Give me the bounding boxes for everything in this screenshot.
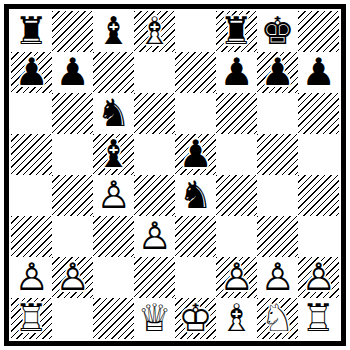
square-b3[interactable]: [52, 216, 93, 257]
piece-black-bishop[interactable]: ♝♝: [93, 134, 134, 175]
piece-white-pawn[interactable]: ♟♙: [93, 175, 134, 216]
piece-white-rook[interactable]: ♜♖: [298, 298, 339, 339]
square-c8[interactable]: ♝♝: [93, 11, 134, 52]
square-h4[interactable]: [298, 175, 339, 216]
piece-black-knight[interactable]: ♞♞: [93, 93, 134, 134]
square-g4[interactable]: [257, 175, 298, 216]
piece-glyph-ink: ♔: [175, 298, 216, 339]
square-b4[interactable]: [52, 175, 93, 216]
square-e8[interactable]: [175, 11, 216, 52]
piece-black-bishop[interactable]: ♝♝: [93, 11, 134, 52]
square-c6[interactable]: ♞♞: [93, 93, 134, 134]
square-f8[interactable]: ♜♜: [216, 11, 257, 52]
piece-glyph-ink: ♙: [93, 175, 134, 216]
piece-glyph-ink: ♞: [93, 93, 134, 134]
piece-black-pawn[interactable]: ♟♟: [298, 52, 339, 93]
square-f7[interactable]: ♟♟: [216, 52, 257, 93]
square-g1[interactable]: ♞♘: [257, 298, 298, 339]
square-h2[interactable]: ♟♙: [298, 257, 339, 298]
square-c5[interactable]: ♝♝: [93, 134, 134, 175]
square-c7[interactable]: [93, 52, 134, 93]
square-g8[interactable]: ♚♚: [257, 11, 298, 52]
chess-board[interactable]: ♜♜♝♝♝♗♜♜♚♚♟♟♟♟♟♟♟♟♟♟♞♞♝♝♟♟♟♙♞♞♟♙♟♙♟♙♟♙♟♙…: [11, 11, 339, 339]
square-e4[interactable]: ♞♞: [175, 175, 216, 216]
piece-white-rook[interactable]: ♜♖: [11, 298, 52, 339]
piece-white-pawn[interactable]: ♟♙: [134, 216, 175, 257]
piece-glyph-ink: ♞: [175, 175, 216, 216]
square-c4[interactable]: ♟♙: [93, 175, 134, 216]
square-e5[interactable]: ♟♟: [175, 134, 216, 175]
piece-glyph-ink: ♟: [216, 52, 257, 93]
piece-glyph-ink: ♟: [257, 52, 298, 93]
square-f6[interactable]: [216, 93, 257, 134]
piece-black-rook[interactable]: ♜♜: [216, 11, 257, 52]
square-f5[interactable]: [216, 134, 257, 175]
piece-glyph-ink: ♙: [134, 216, 175, 257]
square-h7[interactable]: ♟♟: [298, 52, 339, 93]
piece-glyph-ink: ♜: [11, 11, 52, 52]
piece-glyph-ink: ♘: [257, 298, 298, 339]
piece-glyph-ink: ♗: [216, 298, 257, 339]
square-e7[interactable]: [175, 52, 216, 93]
piece-white-bishop[interactable]: ♝♗: [134, 11, 175, 52]
square-h3[interactable]: [298, 216, 339, 257]
square-d4[interactable]: [134, 175, 175, 216]
chess-diagram: ♜♜♝♝♝♗♜♜♚♚♟♟♟♟♟♟♟♟♟♟♞♞♝♝♟♟♟♙♞♞♟♙♟♙♟♙♟♙♟♙…: [0, 0, 350, 350]
piece-glyph-ink: ♙: [11, 257, 52, 298]
piece-glyph-ink: ♚: [257, 11, 298, 52]
piece-glyph-ink: ♝: [93, 134, 134, 175]
square-b5[interactable]: [52, 134, 93, 175]
piece-glyph-ink: ♟: [52, 52, 93, 93]
piece-black-pawn[interactable]: ♟♟: [11, 52, 52, 93]
piece-glyph-ink: ♗: [134, 11, 175, 52]
piece-glyph-ink: ♟: [175, 134, 216, 175]
square-b6[interactable]: [52, 93, 93, 134]
square-f1[interactable]: ♝♗: [216, 298, 257, 339]
square-a4[interactable]: [11, 175, 52, 216]
piece-white-pawn[interactable]: ♟♙: [216, 257, 257, 298]
piece-black-pawn[interactable]: ♟♟: [52, 52, 93, 93]
square-d5[interactable]: [134, 134, 175, 175]
piece-white-bishop[interactable]: ♝♗: [216, 298, 257, 339]
square-f2[interactable]: ♟♙: [216, 257, 257, 298]
piece-glyph-ink: ♕: [134, 298, 175, 339]
piece-white-king[interactable]: ♚♔: [175, 298, 216, 339]
piece-glyph-ink: ♙: [298, 257, 339, 298]
square-b2[interactable]: ♟♙: [52, 257, 93, 298]
square-d7[interactable]: [134, 52, 175, 93]
square-a1[interactable]: ♜♖: [11, 298, 52, 339]
piece-glyph-ink: ♙: [216, 257, 257, 298]
square-a5[interactable]: [11, 134, 52, 175]
square-e3[interactable]: [175, 216, 216, 257]
piece-white-queen[interactable]: ♛♕: [134, 298, 175, 339]
piece-black-pawn[interactable]: ♟♟: [257, 52, 298, 93]
square-d8[interactable]: ♝♗: [134, 11, 175, 52]
square-c2[interactable]: [93, 257, 134, 298]
square-g6[interactable]: [257, 93, 298, 134]
piece-glyph-ink: ♖: [11, 298, 52, 339]
piece-black-king[interactable]: ♚♚: [257, 11, 298, 52]
piece-white-pawn[interactable]: ♟♙: [257, 257, 298, 298]
piece-black-rook[interactable]: ♜♜: [11, 11, 52, 52]
piece-white-knight[interactable]: ♞♘: [257, 298, 298, 339]
piece-glyph-ink: ♖: [298, 298, 339, 339]
square-b1[interactable]: [52, 298, 93, 339]
square-g5[interactable]: [257, 134, 298, 175]
piece-white-pawn[interactable]: ♟♙: [52, 257, 93, 298]
square-a6[interactable]: [11, 93, 52, 134]
square-h1[interactable]: ♜♖: [298, 298, 339, 339]
square-c1[interactable]: [93, 298, 134, 339]
piece-glyph-ink: ♙: [257, 257, 298, 298]
square-b8[interactable]: [52, 11, 93, 52]
square-e6[interactable]: [175, 93, 216, 134]
square-d6[interactable]: [134, 93, 175, 134]
piece-glyph-ink: ♜: [216, 11, 257, 52]
square-e2[interactable]: [175, 257, 216, 298]
square-b7[interactable]: ♟♟: [52, 52, 93, 93]
board-frame: ♜♜♝♝♝♗♜♜♚♚♟♟♟♟♟♟♟♟♟♟♞♞♝♝♟♟♟♙♞♞♟♙♟♙♟♙♟♙♟♙…: [4, 4, 346, 346]
square-g7[interactable]: ♟♟: [257, 52, 298, 93]
piece-black-knight[interactable]: ♞♞: [175, 175, 216, 216]
square-g2[interactable]: ♟♙: [257, 257, 298, 298]
piece-white-pawn[interactable]: ♟♙: [298, 257, 339, 298]
square-h5[interactable]: [298, 134, 339, 175]
square-a8[interactable]: ♜♜: [11, 11, 52, 52]
square-d1[interactable]: ♛♕: [134, 298, 175, 339]
square-d2[interactable]: [134, 257, 175, 298]
piece-black-pawn[interactable]: ♟♟: [216, 52, 257, 93]
piece-glyph-ink: ♙: [52, 257, 93, 298]
square-a2[interactable]: ♟♙: [11, 257, 52, 298]
square-a3[interactable]: [11, 216, 52, 257]
piece-black-pawn[interactable]: ♟♟: [175, 134, 216, 175]
square-f4[interactable]: [216, 175, 257, 216]
square-c3[interactable]: [93, 216, 134, 257]
square-g3[interactable]: [257, 216, 298, 257]
piece-glyph-ink: ♟: [11, 52, 52, 93]
square-h6[interactable]: [298, 93, 339, 134]
square-a7[interactable]: ♟♟: [11, 52, 52, 93]
square-h8[interactable]: [298, 11, 339, 52]
piece-white-pawn[interactable]: ♟♙: [11, 257, 52, 298]
piece-glyph-ink: ♝: [93, 11, 134, 52]
square-e1[interactable]: ♚♔: [175, 298, 216, 339]
square-d3[interactable]: ♟♙: [134, 216, 175, 257]
square-f3[interactable]: [216, 216, 257, 257]
piece-glyph-ink: ♟: [298, 52, 339, 93]
